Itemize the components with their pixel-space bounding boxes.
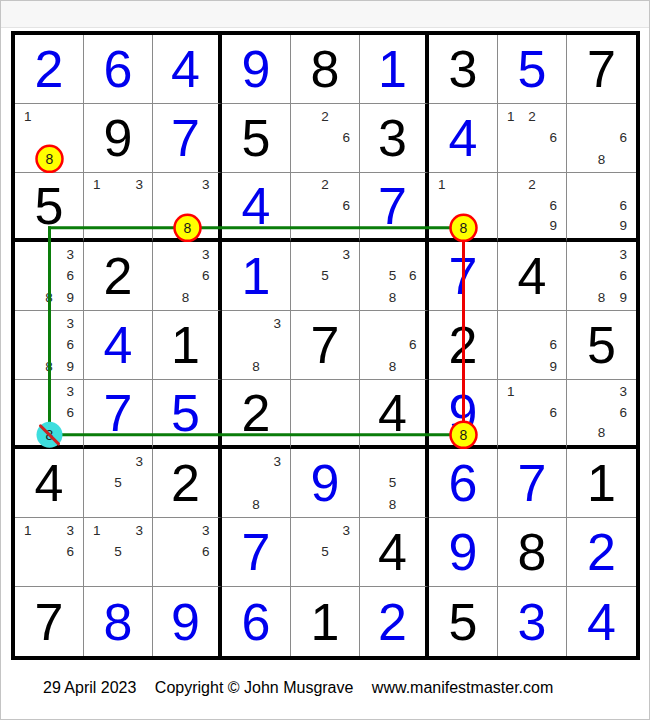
cell-r2c8[interactable]: 126 xyxy=(498,104,567,173)
cell-r9c6[interactable]: 2 xyxy=(360,587,429,656)
candidate-8: 8 xyxy=(38,356,59,377)
candidate-1: 1 xyxy=(17,520,38,541)
cell-r3c3[interactable]: 3 xyxy=(153,173,222,242)
given-digit: 7 xyxy=(587,43,616,95)
cell-r4c7[interactable]: 7 xyxy=(429,242,498,311)
candidate-6: 6 xyxy=(403,265,423,286)
solved-digit: 7 xyxy=(449,250,478,302)
cell-r4c1[interactable]: 3689 xyxy=(15,242,84,311)
given-digit: 1 xyxy=(171,319,200,371)
candidate-9: 9 xyxy=(60,356,81,377)
cell-r6c1[interactable]: 36 xyxy=(15,380,84,449)
cell-r6c7[interactable]: 9 xyxy=(429,380,498,449)
cell-r3c6[interactable]: 7 xyxy=(360,173,429,242)
candidate-2: 2 xyxy=(314,175,335,195)
pencil-marks: 35 xyxy=(293,520,357,584)
candidate-3: 3 xyxy=(60,313,81,334)
cell-r2c6[interactable]: 3 xyxy=(360,104,429,173)
solved-digit: 6 xyxy=(104,43,133,95)
solved-digit: 2 xyxy=(35,43,64,95)
candidate-3: 3 xyxy=(336,520,357,541)
cell-r7c1[interactable]: 4 xyxy=(15,449,84,518)
candidate-6: 6 xyxy=(543,334,564,355)
cell-r1c8[interactable]: 5 xyxy=(498,35,567,104)
given-digit: 5 xyxy=(587,319,616,371)
candidate-3: 3 xyxy=(129,520,150,541)
solved-digit: 3 xyxy=(518,596,547,648)
solved-digit: 9 xyxy=(311,457,340,509)
candidate-5: 5 xyxy=(382,265,402,286)
candidate-9: 9 xyxy=(612,216,634,236)
candidate-6: 6 xyxy=(612,402,634,422)
candidate-6: 6 xyxy=(543,402,564,422)
given-digit: 7 xyxy=(311,319,340,371)
candidate-3: 3 xyxy=(612,382,634,402)
candidate-3: 3 xyxy=(612,244,634,265)
pencil-marks: 26 xyxy=(293,106,357,170)
cell-r8c3[interactable]: 36 xyxy=(153,518,222,587)
given-digit: 3 xyxy=(449,43,478,95)
cell-r9c9[interactable]: 4 xyxy=(567,587,636,656)
given-digit: 1 xyxy=(311,596,340,648)
candidate-8: 8 xyxy=(245,356,266,377)
candidate-5: 5 xyxy=(382,472,402,493)
pencil-marks: 368 xyxy=(155,244,216,308)
cell-r7c5[interactable]: 9 xyxy=(291,449,360,518)
candidate-8: 8 xyxy=(591,287,613,308)
cell-r5c1[interactable]: 3689 xyxy=(15,311,84,380)
pencil-marks: 26 xyxy=(293,175,357,236)
pencil-marks: 38 xyxy=(224,313,288,377)
pencil-marks: 3689 xyxy=(17,244,81,308)
given-digit: 5 xyxy=(35,180,64,232)
solved-digit: 6 xyxy=(449,457,478,509)
page-header-strip xyxy=(1,1,649,28)
cell-r3c2[interactable]: 13 xyxy=(84,173,153,242)
cell-r5c2[interactable]: 4 xyxy=(84,311,153,380)
footer-date: 29 April 2023 xyxy=(43,679,136,696)
solved-digit: 9 xyxy=(242,43,271,95)
given-digit: 4 xyxy=(35,457,64,509)
cell-r1c2[interactable]: 6 xyxy=(84,35,153,104)
sudoku-board[interactable]: 2649813571975263412668513342671269693689… xyxy=(11,31,640,660)
candidate-6: 6 xyxy=(336,195,357,215)
candidate-1: 1 xyxy=(17,106,38,127)
cell-r7c7[interactable]: 6 xyxy=(429,449,498,518)
cell-r9c1[interactable]: 7 xyxy=(15,587,84,656)
solved-digit: 5 xyxy=(518,43,547,95)
solved-digit: 1 xyxy=(378,43,407,95)
candidate-6: 6 xyxy=(196,265,216,286)
candidate-6: 6 xyxy=(612,265,634,286)
given-digit: 1 xyxy=(587,457,616,509)
candidate-6: 6 xyxy=(196,541,216,562)
cell-r3c8[interactable]: 269 xyxy=(498,173,567,242)
cell-r9c7[interactable]: 5 xyxy=(429,587,498,656)
candidate-9: 9 xyxy=(543,356,564,377)
pencil-marks: 368 xyxy=(569,382,634,443)
candidate-9: 9 xyxy=(543,216,564,236)
pencil-marks: 36 xyxy=(155,520,216,584)
cell-r5c4[interactable]: 38 xyxy=(222,311,291,380)
solved-digit: 2 xyxy=(587,526,616,578)
cell-r9c5[interactable]: 1 xyxy=(291,587,360,656)
solved-digit: 4 xyxy=(242,180,271,232)
pencil-marks: 126 xyxy=(500,106,564,170)
cell-r2c2[interactable]: 9 xyxy=(84,104,153,173)
cell-r6c3[interactable]: 5 xyxy=(153,380,222,449)
solved-digit: 4 xyxy=(171,43,200,95)
pencil-marks: 58 xyxy=(362,451,423,515)
cell-r8c9[interactable]: 2 xyxy=(567,518,636,587)
given-digit: 2 xyxy=(449,319,478,371)
solved-digit: 7 xyxy=(242,526,271,578)
cell-r1c3[interactable]: 4 xyxy=(153,35,222,104)
cell-r4c4[interactable]: 1 xyxy=(222,242,291,311)
candidate-3: 3 xyxy=(129,451,150,472)
solved-digit: 4 xyxy=(104,319,133,371)
cell-r2c7[interactable]: 4 xyxy=(429,104,498,173)
cell-r1c4[interactable]: 9 xyxy=(222,35,291,104)
cell-r3c5[interactable]: 26 xyxy=(291,173,360,242)
candidate-6: 6 xyxy=(60,334,81,355)
pencil-marks: 269 xyxy=(500,175,564,236)
cell-r6c6[interactable]: 4 xyxy=(360,380,429,449)
candidate-1: 1 xyxy=(500,106,521,127)
given-digit: 8 xyxy=(311,43,340,95)
cell-r6c2[interactable]: 7 xyxy=(84,380,153,449)
footer: 29 April 2023 Copyright © John Musgrave … xyxy=(43,679,567,697)
cell-r7c6[interactable]: 58 xyxy=(360,449,429,518)
cell-r3c7[interactable]: 1 xyxy=(429,173,498,242)
given-digit: 5 xyxy=(242,112,271,164)
solved-digit: 4 xyxy=(587,596,616,648)
candidate-6: 6 xyxy=(60,402,81,422)
cell-r8c8[interactable]: 8 xyxy=(498,518,567,587)
candidate-2: 2 xyxy=(521,106,542,127)
sudoku-page: 2649813571975263412668513342671269693689… xyxy=(0,0,650,720)
candidate-1: 1 xyxy=(500,382,521,402)
given-digit: 4 xyxy=(518,250,547,302)
candidate-1: 1 xyxy=(86,520,107,541)
cell-r5c3[interactable]: 1 xyxy=(153,311,222,380)
given-digit: 2 xyxy=(242,387,271,439)
cell-r4c3[interactable]: 368 xyxy=(153,242,222,311)
given-digit: 3 xyxy=(378,112,407,164)
solved-digit: 1 xyxy=(242,250,271,302)
cell-r4c9[interactable]: 3689 xyxy=(567,242,636,311)
given-digit: 9 xyxy=(104,112,133,164)
pencil-marks: 16 xyxy=(500,382,564,443)
candidate-3: 3 xyxy=(196,244,216,265)
candidate-2: 2 xyxy=(314,106,335,127)
cell-r2c9[interactable]: 68 xyxy=(567,104,636,173)
given-digit: 2 xyxy=(171,457,200,509)
candidate-8: 8 xyxy=(245,494,266,515)
pencil-marks: 35 xyxy=(293,244,357,308)
candidate-6: 6 xyxy=(543,195,564,215)
candidate-3: 3 xyxy=(336,244,357,265)
candidate-2: 2 xyxy=(521,175,542,195)
cell-r5c8[interactable]: 69 xyxy=(498,311,567,380)
candidate-6: 6 xyxy=(543,127,564,148)
cell-r1c6[interactable]: 1 xyxy=(360,35,429,104)
cell-r7c3[interactable]: 2 xyxy=(153,449,222,518)
solved-digit: 9 xyxy=(171,596,200,648)
candidate-8: 8 xyxy=(382,356,402,377)
candidate-1: 1 xyxy=(86,175,107,195)
pencil-marks: 1 xyxy=(431,175,495,236)
solved-digit: 2 xyxy=(378,596,407,648)
pencil-marks: 68 xyxy=(569,106,634,170)
candidate-5: 5 xyxy=(314,265,335,286)
pencil-marks: 3 xyxy=(155,175,216,236)
cell-r9c8[interactable]: 3 xyxy=(498,587,567,656)
candidate-6: 6 xyxy=(60,541,81,562)
cell-r5c9[interactable]: 5 xyxy=(567,311,636,380)
cell-r4c8[interactable]: 4 xyxy=(498,242,567,311)
candidate-3: 3 xyxy=(267,313,288,334)
pencil-marks: 3689 xyxy=(17,313,81,377)
cell-r8c7[interactable]: 9 xyxy=(429,518,498,587)
cell-r6c8[interactable]: 16 xyxy=(498,380,567,449)
cell-r5c6[interactable]: 68 xyxy=(360,311,429,380)
cell-r8c4[interactable]: 7 xyxy=(222,518,291,587)
candidate-3: 3 xyxy=(60,520,81,541)
candidate-8: 8 xyxy=(175,287,195,308)
cell-r1c9[interactable]: 7 xyxy=(567,35,636,104)
given-digit: 4 xyxy=(378,526,407,578)
footer-copyright: Copyright © John Musgrave xyxy=(155,679,354,696)
pencil-marks: 135 xyxy=(86,520,150,584)
given-digit: 8 xyxy=(518,526,547,578)
cell-r8c2[interactable]: 135 xyxy=(84,518,153,587)
solved-digit: 5 xyxy=(171,387,200,439)
cell-r6c4[interactable]: 2 xyxy=(222,380,291,449)
cell-r6c5[interactable] xyxy=(291,380,360,449)
candidate-8: 8 xyxy=(382,494,402,515)
cell-r1c7[interactable]: 3 xyxy=(429,35,498,104)
pencil-marks xyxy=(293,382,357,443)
candidate-8: 8 xyxy=(38,287,59,308)
given-digit: 2 xyxy=(104,250,133,302)
cell-r3c9[interactable]: 69 xyxy=(567,173,636,242)
cell-r3c4[interactable]: 4 xyxy=(222,173,291,242)
pencil-marks: 36 xyxy=(17,382,81,443)
given-digit: 7 xyxy=(35,596,64,648)
solved-digit: 4 xyxy=(449,112,478,164)
pencil-marks: 38 xyxy=(224,451,288,515)
candidate-3: 3 xyxy=(60,244,81,265)
candidate-6: 6 xyxy=(612,127,634,148)
solved-digit: 7 xyxy=(518,457,547,509)
cell-r4c2[interactable]: 2 xyxy=(84,242,153,311)
pencil-marks: 68 xyxy=(362,313,423,377)
cell-r1c5[interactable]: 8 xyxy=(291,35,360,104)
candidate-6: 6 xyxy=(612,195,634,215)
cell-r2c5[interactable]: 26 xyxy=(291,104,360,173)
candidate-6: 6 xyxy=(60,265,81,286)
pencil-marks: 136 xyxy=(17,520,81,584)
cell-r2c3[interactable]: 7 xyxy=(153,104,222,173)
cell-r7c9[interactable]: 1 xyxy=(567,449,636,518)
candidate-6: 6 xyxy=(403,334,423,355)
cell-r8c5[interactable]: 35 xyxy=(291,518,360,587)
candidate-3: 3 xyxy=(196,520,216,541)
candidate-3: 3 xyxy=(129,175,150,195)
cell-r3c1[interactable]: 5 xyxy=(15,173,84,242)
pencil-marks: 35 xyxy=(86,451,150,515)
candidate-6: 6 xyxy=(336,127,357,148)
cell-r8c1[interactable]: 136 xyxy=(15,518,84,587)
solved-digit: 7 xyxy=(171,112,200,164)
cell-r9c2[interactable]: 8 xyxy=(84,587,153,656)
cell-r1c1[interactable]: 2 xyxy=(15,35,84,104)
cell-r5c5[interactable]: 7 xyxy=(291,311,360,380)
pencil-marks: 69 xyxy=(500,313,564,377)
pencil-marks: 69 xyxy=(569,175,634,236)
given-digit: 4 xyxy=(378,387,407,439)
cell-r6c9[interactable]: 368 xyxy=(567,380,636,449)
solved-digit: 6 xyxy=(242,596,271,648)
cell-r7c2[interactable]: 35 xyxy=(84,449,153,518)
cell-r9c4[interactable]: 6 xyxy=(222,587,291,656)
cell-r5c7[interactable]: 2 xyxy=(429,311,498,380)
cell-r9c3[interactable]: 9 xyxy=(153,587,222,656)
pencil-marks: 568 xyxy=(362,244,423,308)
candidate-8: 8 xyxy=(591,423,613,443)
solved-digit: 8 xyxy=(104,596,133,648)
pencil-marks: 13 xyxy=(86,175,150,236)
candidate-5: 5 xyxy=(314,541,335,562)
solved-digit: 7 xyxy=(104,387,133,439)
cell-r8c6[interactable]: 4 xyxy=(360,518,429,587)
candidate-3: 3 xyxy=(60,382,81,402)
candidate-9: 9 xyxy=(60,287,81,308)
candidate-9: 9 xyxy=(612,287,634,308)
candidate-8: 8 xyxy=(591,149,613,170)
cell-r2c1[interactable]: 1 xyxy=(15,104,84,173)
cell-r4c6[interactable]: 568 xyxy=(360,242,429,311)
candidate-5: 5 xyxy=(107,472,128,493)
cell-r4c5[interactable]: 35 xyxy=(291,242,360,311)
cell-r7c4[interactable]: 38 xyxy=(222,449,291,518)
candidate-3: 3 xyxy=(267,451,288,472)
cell-r2c4[interactable]: 5 xyxy=(222,104,291,173)
pencil-marks: 1 xyxy=(17,106,81,170)
solved-digit: 9 xyxy=(449,526,478,578)
candidate-5: 5 xyxy=(107,541,128,562)
given-digit: 5 xyxy=(449,596,478,648)
solved-digit: 7 xyxy=(378,180,407,232)
candidate-3: 3 xyxy=(196,175,216,195)
candidate-8: 8 xyxy=(382,287,402,308)
cell-r7c8[interactable]: 7 xyxy=(498,449,567,518)
pencil-marks: 3689 xyxy=(569,244,634,308)
candidate-1: 1 xyxy=(431,175,452,195)
footer-website[interactable]: www.manifestmaster.com xyxy=(372,679,553,696)
solved-digit: 9 xyxy=(449,387,478,439)
